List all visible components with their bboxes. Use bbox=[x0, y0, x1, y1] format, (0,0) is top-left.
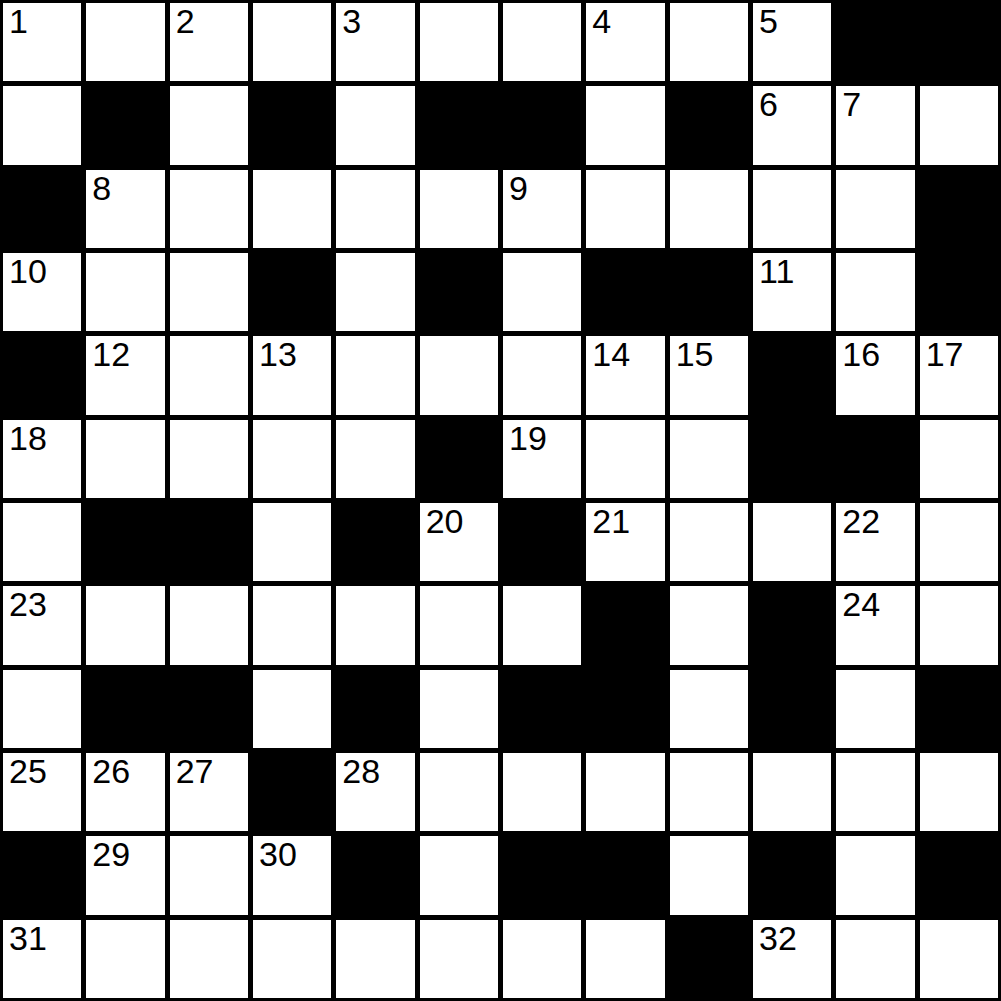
white-cell-r0c7[interactable]: 4 bbox=[586, 3, 664, 81]
white-cell-r10c10[interactable] bbox=[836, 836, 914, 914]
white-cell-r7c6[interactable] bbox=[503, 586, 581, 664]
black-cell-r2c0 bbox=[3, 170, 81, 248]
white-cell-r5c2[interactable] bbox=[170, 420, 248, 498]
white-cell-r7c4[interactable] bbox=[336, 586, 414, 664]
black-cell-r3c7 bbox=[586, 253, 664, 331]
white-cell-r8c5[interactable] bbox=[420, 670, 498, 748]
black-cell-r11c8 bbox=[670, 920, 748, 998]
white-cell-r9c11[interactable] bbox=[920, 753, 998, 831]
white-cell-r9c1[interactable]: 26 bbox=[86, 753, 164, 831]
white-cell-r11c9[interactable]: 32 bbox=[753, 920, 831, 998]
white-cell-r11c4[interactable] bbox=[336, 920, 414, 998]
white-cell-r11c5[interactable] bbox=[420, 920, 498, 998]
white-cell-r9c10[interactable] bbox=[836, 753, 914, 831]
white-cell-r11c2[interactable] bbox=[170, 920, 248, 998]
white-cell-r1c4[interactable] bbox=[336, 86, 414, 164]
clue-number-19: 19 bbox=[509, 421, 547, 455]
white-cell-r2c1[interactable]: 8 bbox=[86, 170, 164, 248]
black-cell-r6c1 bbox=[86, 503, 164, 581]
clue-number-25: 25 bbox=[9, 754, 47, 788]
white-cell-r2c8[interactable] bbox=[670, 170, 748, 248]
black-cell-r10c6 bbox=[503, 836, 581, 914]
black-cell-r10c9 bbox=[753, 836, 831, 914]
white-cell-r4c5[interactable] bbox=[420, 336, 498, 414]
white-cell-r5c4[interactable] bbox=[336, 420, 414, 498]
black-cell-r10c4 bbox=[336, 836, 414, 914]
clue-number-4: 4 bbox=[592, 4, 611, 38]
white-cell-r7c2[interactable] bbox=[170, 586, 248, 664]
white-cell-r6c0[interactable] bbox=[3, 503, 81, 581]
white-cell-r1c9[interactable]: 6 bbox=[753, 86, 831, 164]
white-cell-r4c11[interactable]: 17 bbox=[920, 336, 998, 414]
black-cell-r8c9 bbox=[753, 670, 831, 748]
clue-number-12: 12 bbox=[92, 337, 130, 371]
clue-number-27: 27 bbox=[176, 754, 214, 788]
clue-number-16: 16 bbox=[842, 337, 880, 371]
clue-number-26: 26 bbox=[92, 754, 130, 788]
white-cell-r1c0[interactable] bbox=[3, 86, 81, 164]
white-cell-r7c8[interactable] bbox=[670, 586, 748, 664]
white-cell-r11c10[interactable] bbox=[836, 920, 914, 998]
white-cell-r9c6[interactable] bbox=[503, 753, 581, 831]
black-cell-r5c5 bbox=[420, 420, 498, 498]
white-cell-r6c5[interactable]: 20 bbox=[420, 503, 498, 581]
clue-number-32: 32 bbox=[759, 921, 797, 955]
clue-number-10: 10 bbox=[9, 254, 47, 288]
white-cell-r7c5[interactable] bbox=[420, 586, 498, 664]
white-cell-r7c11[interactable] bbox=[920, 586, 998, 664]
white-cell-r0c1[interactable] bbox=[86, 3, 164, 81]
white-cell-r5c8[interactable] bbox=[670, 420, 748, 498]
white-cell-r11c7[interactable] bbox=[586, 920, 664, 998]
white-cell-r6c3[interactable] bbox=[253, 503, 331, 581]
white-cell-r6c10[interactable]: 22 bbox=[836, 503, 914, 581]
black-cell-r1c1 bbox=[86, 86, 164, 164]
white-cell-r10c8[interactable] bbox=[670, 836, 748, 914]
black-cell-r8c11 bbox=[920, 670, 998, 748]
clue-number-29: 29 bbox=[92, 837, 130, 871]
clue-number-3: 3 bbox=[342, 4, 361, 38]
white-cell-r3c0[interactable]: 10 bbox=[3, 253, 81, 331]
white-cell-r10c2[interactable] bbox=[170, 836, 248, 914]
white-cell-r1c11[interactable] bbox=[920, 86, 998, 164]
white-cell-r5c0[interactable]: 18 bbox=[3, 420, 81, 498]
white-cell-r7c3[interactable] bbox=[253, 586, 331, 664]
white-cell-r0c5[interactable] bbox=[420, 3, 498, 81]
black-cell-r2c11 bbox=[920, 170, 998, 248]
white-cell-r8c3[interactable] bbox=[253, 670, 331, 748]
white-cell-r11c0[interactable]: 31 bbox=[3, 920, 81, 998]
white-cell-r2c5[interactable] bbox=[420, 170, 498, 248]
black-cell-r9c3 bbox=[253, 753, 331, 831]
white-cell-r6c7[interactable]: 21 bbox=[586, 503, 664, 581]
black-cell-r10c0 bbox=[3, 836, 81, 914]
clue-number-13: 13 bbox=[259, 337, 297, 371]
white-cell-r3c6[interactable] bbox=[503, 253, 581, 331]
clue-number-1: 1 bbox=[9, 4, 28, 38]
white-cell-r1c10[interactable]: 7 bbox=[836, 86, 914, 164]
white-cell-r4c10[interactable]: 16 bbox=[836, 336, 914, 414]
white-cell-r4c7[interactable]: 14 bbox=[586, 336, 664, 414]
clue-number-24: 24 bbox=[842, 587, 880, 621]
white-cell-r3c2[interactable] bbox=[170, 253, 248, 331]
black-cell-r8c6 bbox=[503, 670, 581, 748]
clue-number-8: 8 bbox=[92, 171, 111, 205]
white-cell-r6c8[interactable] bbox=[670, 503, 748, 581]
white-cell-r0c9[interactable]: 5 bbox=[753, 3, 831, 81]
white-cell-r5c6[interactable]: 19 bbox=[503, 420, 581, 498]
white-cell-r9c9[interactable] bbox=[753, 753, 831, 831]
white-cell-r9c8[interactable] bbox=[670, 753, 748, 831]
white-cell-r3c1[interactable] bbox=[86, 253, 164, 331]
white-cell-r6c11[interactable] bbox=[920, 503, 998, 581]
white-cell-r9c4[interactable]: 28 bbox=[336, 753, 414, 831]
black-cell-r0c11 bbox=[920, 3, 998, 81]
white-cell-r0c0[interactable]: 1 bbox=[3, 3, 81, 81]
black-cell-r1c8 bbox=[670, 86, 748, 164]
black-cell-r8c4 bbox=[336, 670, 414, 748]
clue-number-2: 2 bbox=[176, 4, 195, 38]
black-cell-r8c1 bbox=[86, 670, 164, 748]
white-cell-r2c3[interactable] bbox=[253, 170, 331, 248]
black-cell-r10c7 bbox=[586, 836, 664, 914]
white-cell-r4c1[interactable]: 12 bbox=[86, 336, 164, 414]
clue-number-7: 7 bbox=[842, 87, 861, 121]
clue-number-20: 20 bbox=[426, 504, 464, 538]
white-cell-r11c3[interactable] bbox=[253, 920, 331, 998]
clue-number-31: 31 bbox=[9, 921, 47, 955]
black-cell-r3c8 bbox=[670, 253, 748, 331]
white-cell-r0c2[interactable]: 2 bbox=[170, 3, 248, 81]
clue-number-9: 9 bbox=[509, 171, 528, 205]
white-cell-r10c3[interactable]: 30 bbox=[253, 836, 331, 914]
black-cell-r6c6 bbox=[503, 503, 581, 581]
white-cell-r2c7[interactable] bbox=[586, 170, 664, 248]
white-cell-r4c4[interactable] bbox=[336, 336, 414, 414]
black-cell-r6c4 bbox=[336, 503, 414, 581]
white-cell-r10c5[interactable] bbox=[420, 836, 498, 914]
white-cell-r10c1[interactable]: 29 bbox=[86, 836, 164, 914]
black-cell-r4c0 bbox=[3, 336, 81, 414]
clue-number-30: 30 bbox=[259, 837, 297, 871]
white-cell-r0c3[interactable] bbox=[253, 3, 331, 81]
black-cell-r4c9 bbox=[753, 336, 831, 414]
white-cell-r4c6[interactable] bbox=[503, 336, 581, 414]
black-cell-r6c2 bbox=[170, 503, 248, 581]
white-cell-r2c10[interactable] bbox=[836, 170, 914, 248]
white-cell-r8c10[interactable] bbox=[836, 670, 914, 748]
white-cell-r2c6[interactable]: 9 bbox=[503, 170, 581, 248]
clue-number-18: 18 bbox=[9, 421, 47, 455]
clue-number-14: 14 bbox=[592, 337, 630, 371]
white-cell-r5c11[interactable] bbox=[920, 420, 998, 498]
white-cell-r1c2[interactable] bbox=[170, 86, 248, 164]
white-cell-r0c8[interactable] bbox=[670, 3, 748, 81]
white-cell-r2c2[interactable] bbox=[170, 170, 248, 248]
white-cell-r3c10[interactable] bbox=[836, 253, 914, 331]
white-cell-r11c11[interactable] bbox=[920, 920, 998, 998]
white-cell-r7c1[interactable] bbox=[86, 586, 164, 664]
clue-number-17: 17 bbox=[926, 337, 964, 371]
white-cell-r11c6[interactable] bbox=[503, 920, 581, 998]
white-cell-r4c2[interactable] bbox=[170, 336, 248, 414]
black-cell-r3c11 bbox=[920, 253, 998, 331]
white-cell-r2c9[interactable] bbox=[753, 170, 831, 248]
white-cell-r9c0[interactable]: 25 bbox=[3, 753, 81, 831]
clue-number-28: 28 bbox=[342, 754, 380, 788]
crossword-grid: 1234567891011121314151617181920212223242… bbox=[0, 0, 1001, 1001]
black-cell-r10c11 bbox=[920, 836, 998, 914]
white-cell-r4c3[interactable]: 13 bbox=[253, 336, 331, 414]
black-cell-r3c3 bbox=[253, 253, 331, 331]
white-cell-r11c1[interactable] bbox=[86, 920, 164, 998]
white-cell-r6c9[interactable] bbox=[753, 503, 831, 581]
clue-number-23: 23 bbox=[9, 587, 47, 621]
black-cell-r1c3 bbox=[253, 86, 331, 164]
white-cell-r3c9[interactable]: 11 bbox=[753, 253, 831, 331]
black-cell-r7c7 bbox=[586, 586, 664, 664]
black-cell-r8c7 bbox=[586, 670, 664, 748]
clue-number-11: 11 bbox=[759, 254, 794, 288]
clue-number-22: 22 bbox=[842, 504, 880, 538]
white-cell-r9c5[interactable] bbox=[420, 753, 498, 831]
white-cell-r7c10[interactable]: 24 bbox=[836, 586, 914, 664]
white-cell-r0c6[interactable] bbox=[503, 3, 581, 81]
white-cell-r1c7[interactable] bbox=[586, 86, 664, 164]
white-cell-r0c4[interactable]: 3 bbox=[336, 3, 414, 81]
clue-number-5: 5 bbox=[759, 4, 778, 38]
white-cell-r2c4[interactable] bbox=[336, 170, 414, 248]
white-cell-r5c7[interactable] bbox=[586, 420, 664, 498]
black-cell-r8c2 bbox=[170, 670, 248, 748]
white-cell-r5c3[interactable] bbox=[253, 420, 331, 498]
white-cell-r8c0[interactable] bbox=[3, 670, 81, 748]
black-cell-r7c9 bbox=[753, 586, 831, 664]
clue-number-15: 15 bbox=[676, 337, 714, 371]
white-cell-r9c2[interactable]: 27 bbox=[170, 753, 248, 831]
white-cell-r5c1[interactable] bbox=[86, 420, 164, 498]
white-cell-r3c4[interactable] bbox=[336, 253, 414, 331]
white-cell-r9c7[interactable] bbox=[586, 753, 664, 831]
black-cell-r5c9 bbox=[753, 420, 831, 498]
clue-number-21: 21 bbox=[592, 504, 630, 538]
black-cell-r0c10 bbox=[836, 3, 914, 81]
black-cell-r1c6 bbox=[503, 86, 581, 164]
white-cell-r8c8[interactable] bbox=[670, 670, 748, 748]
black-cell-r3c5 bbox=[420, 253, 498, 331]
white-cell-r4c8[interactable]: 15 bbox=[670, 336, 748, 414]
black-cell-r5c10 bbox=[836, 420, 914, 498]
clue-number-6: 6 bbox=[759, 87, 778, 121]
black-cell-r1c5 bbox=[420, 86, 498, 164]
white-cell-r7c0[interactable]: 23 bbox=[3, 586, 81, 664]
